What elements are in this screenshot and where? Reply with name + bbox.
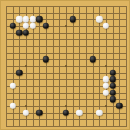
white-stone: [23, 16, 29, 22]
black-stone: [43, 56, 49, 62]
star-point: [65, 105, 67, 107]
black-stone: [23, 29, 29, 35]
star-point: [25, 105, 27, 107]
white-stone: [29, 23, 35, 29]
white-stone: [16, 16, 22, 22]
star-point: [105, 65, 107, 67]
black-stone: [109, 89, 115, 95]
black-stone: [36, 109, 42, 115]
white-stone: [23, 109, 29, 115]
white-stone: [103, 76, 109, 82]
star-point: [65, 65, 67, 67]
white-stone: [76, 109, 82, 115]
black-stone: [63, 109, 69, 115]
grid-line-vertical: [126, 6, 127, 127]
black-stone: [43, 23, 49, 29]
go-board[interactable]: [0, 0, 130, 130]
grid-line-vertical: [113, 6, 114, 127]
white-stone: [103, 23, 109, 29]
grid-line-vertical: [93, 6, 94, 127]
black-stone: [36, 16, 42, 22]
black-stone: [109, 69, 115, 75]
white-stone: [9, 83, 15, 89]
grid-line-vertical: [119, 6, 120, 127]
white-stone: [29, 16, 35, 22]
white-stone: [96, 16, 102, 22]
black-stone: [69, 16, 75, 22]
white-stone: [23, 23, 29, 29]
black-stone: [9, 23, 15, 29]
white-stone: [96, 109, 102, 115]
grid-line-vertical: [73, 6, 74, 127]
white-stone: [103, 83, 109, 89]
black-stone: [109, 96, 115, 102]
black-stone: [109, 76, 115, 82]
black-stone: [16, 29, 22, 35]
black-stone: [16, 69, 22, 75]
black-stone: [89, 56, 95, 62]
star-point: [65, 25, 67, 27]
white-stone: [103, 89, 109, 95]
grid-line-vertical: [86, 6, 87, 127]
grid-line-horizontal: [6, 119, 127, 120]
star-point: [25, 65, 27, 67]
black-stone: [116, 103, 122, 109]
grid-line-horizontal: [6, 126, 127, 127]
white-stone: [9, 103, 15, 109]
star-point: [105, 105, 107, 107]
black-stone: [109, 83, 115, 89]
